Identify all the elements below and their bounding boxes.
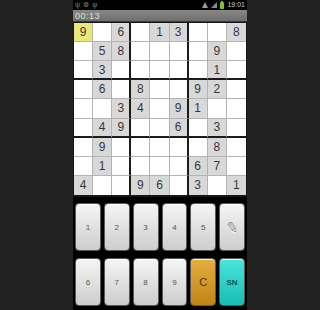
cell-r4c5[interactable] — [150, 80, 169, 99]
cell-r9c4[interactable]: 9 — [131, 176, 150, 195]
cell-r3c7[interactable] — [189, 61, 208, 80]
elapsed-time: 00:13 — [75, 11, 100, 21]
cell-r3c4[interactable] — [131, 61, 150, 80]
cell-r8c7[interactable]: 6 — [189, 157, 208, 176]
cell-r3c6[interactable] — [170, 61, 189, 80]
cell-r9c1[interactable]: 4 — [74, 176, 93, 195]
clear-button[interactable]: C — [190, 258, 216, 306]
cell-r9c5[interactable]: 6 — [150, 176, 169, 195]
cell-r7c9[interactable] — [227, 138, 246, 157]
timer-bar: 00:13 — [73, 10, 247, 22]
cell-r1c5[interactable]: 1 — [150, 23, 169, 42]
usb-icon: ψ — [92, 0, 97, 10]
cell-r5c7[interactable]: 1 — [189, 99, 208, 118]
single-notes-button[interactable]: SN — [219, 258, 245, 306]
cell-r2c5[interactable] — [150, 42, 169, 61]
cell-r1c6[interactable]: 3 — [170, 23, 189, 42]
cell-r4c4[interactable]: 8 — [131, 80, 150, 99]
cell-r8c6[interactable] — [170, 157, 189, 176]
cell-r2c6[interactable] — [170, 42, 189, 61]
cell-r4c8[interactable]: 2 — [208, 80, 227, 99]
cell-r4c1[interactable] — [74, 80, 93, 99]
key-6[interactable]: 6 — [75, 258, 101, 306]
key-1[interactable]: 1 — [75, 203, 101, 251]
cell-r9c6[interactable] — [170, 176, 189, 195]
cell-r3c1[interactable] — [74, 61, 93, 80]
cell-r5c6[interactable]: 9 — [170, 99, 189, 118]
cell-r5c5[interactable] — [150, 99, 169, 118]
keypad-row-1: 1 2 3 4 5 ✎ — [75, 203, 245, 251]
cell-r7c4[interactable] — [131, 138, 150, 157]
keypad: 1 2 3 4 5 ✎ 6 7 8 9 C SN — [73, 197, 247, 310]
status-bar: ψ ⚙ ψ 19:01 — [73, 0, 247, 10]
cell-r9c2[interactable] — [93, 176, 112, 195]
key-9[interactable]: 9 — [162, 258, 188, 306]
cell-r9c9[interactable]: 1 — [227, 176, 246, 195]
cell-r9c3[interactable] — [112, 176, 131, 195]
cell-r6c8[interactable]: 3 — [208, 119, 227, 138]
cell-r1c2[interactable] — [93, 23, 112, 42]
cell-r5c4[interactable]: 4 — [131, 99, 150, 118]
status-bar-left: ψ ⚙ ψ — [75, 0, 97, 10]
cell-r1c9[interactable]: 8 — [227, 23, 246, 42]
cell-r6c1[interactable] — [74, 119, 93, 138]
cell-r5c1[interactable] — [74, 99, 93, 118]
cell-r8c4[interactable] — [131, 157, 150, 176]
cell-r6c5[interactable] — [150, 119, 169, 138]
key-7[interactable]: 7 — [104, 258, 130, 306]
cell-r6c3[interactable]: 9 — [112, 119, 131, 138]
status-clock: 19:01 — [227, 0, 245, 10]
status-bar-right: 19:01 — [202, 0, 245, 10]
cell-r4c7[interactable]: 9 — [189, 80, 208, 99]
sudoku-app-screen: ψ ⚙ ψ 19:01 00:13 9613858931689234914963… — [73, 0, 247, 310]
key-3[interactable]: 3 — [133, 203, 159, 251]
cell-r6c6[interactable]: 6 — [170, 119, 189, 138]
cell-r8c5[interactable] — [150, 157, 169, 176]
cell-r1c7[interactable] — [189, 23, 208, 42]
eraser-button[interactable]: ✎ — [219, 203, 245, 251]
keypad-row-2: 6 7 8 9 C SN — [75, 258, 245, 306]
sudoku-board: 96138589316892349149639816749631 — [73, 22, 247, 197]
cell-r6c9[interactable] — [227, 119, 246, 138]
cell-r1c8[interactable] — [208, 23, 227, 42]
cell-r7c2[interactable]: 9 — [93, 138, 112, 157]
cell-r4c9[interactable] — [227, 80, 246, 99]
cell-r9c7[interactable]: 3 — [189, 176, 208, 195]
gear-icon: ⚙ — [83, 0, 89, 10]
cell-r4c3[interactable] — [112, 80, 131, 99]
cell-r1c1[interactable]: 9 — [74, 23, 93, 42]
cell-r7c8[interactable]: 8 — [208, 138, 227, 157]
cell-r5c2[interactable] — [93, 99, 112, 118]
cell-r2c1[interactable] — [74, 42, 93, 61]
cell-r1c4[interactable] — [131, 23, 150, 42]
cell-r8c8[interactable]: 7 — [208, 157, 227, 176]
pencil-eraser-icon: ✎ — [225, 219, 240, 236]
cell-r3c8[interactable]: 1 — [208, 61, 227, 80]
cell-r9c8[interactable] — [208, 176, 227, 195]
wifi-icon — [202, 2, 208, 8]
key-2[interactable]: 2 — [104, 203, 130, 251]
cell-r7c1[interactable] — [74, 138, 93, 157]
cell-r7c5[interactable] — [150, 138, 169, 157]
cell-r2c7[interactable] — [189, 42, 208, 61]
key-4[interactable]: 4 — [162, 203, 188, 251]
cell-r2c4[interactable] — [131, 42, 150, 61]
key-8[interactable]: 8 — [133, 258, 159, 306]
cell-r7c6[interactable] — [170, 138, 189, 157]
cell-r4c6[interactable] — [170, 80, 189, 99]
signal-icon — [211, 2, 217, 8]
cell-r3c9[interactable] — [227, 61, 246, 80]
cell-r6c2[interactable]: 4 — [93, 119, 112, 138]
cell-r5c3[interactable]: 3 — [112, 99, 131, 118]
cell-r2c2[interactable]: 5 — [93, 42, 112, 61]
cell-r5c8[interactable] — [208, 99, 227, 118]
cell-r8c2[interactable]: 1 — [93, 157, 112, 176]
cell-r6c7[interactable] — [189, 119, 208, 138]
cell-r8c3[interactable] — [112, 157, 131, 176]
cell-r3c5[interactable] — [150, 61, 169, 80]
usb-icon: ψ — [75, 0, 80, 10]
cell-r2c3[interactable]: 8 — [112, 42, 131, 61]
cell-r6c4[interactable] — [131, 119, 150, 138]
key-5[interactable]: 5 — [190, 203, 216, 251]
cell-r2c8[interactable]: 9 — [208, 42, 227, 61]
cell-r7c7[interactable] — [189, 138, 208, 157]
cell-r5c9[interactable] — [227, 99, 246, 118]
cell-r3c3[interactable] — [112, 61, 131, 80]
cell-r4c2[interactable]: 6 — [93, 80, 112, 99]
battery-icon — [220, 2, 224, 9]
cell-r8c9[interactable] — [227, 157, 246, 176]
cell-r8c1[interactable] — [74, 157, 93, 176]
cell-r1c3[interactable]: 6 — [112, 23, 131, 42]
cell-r7c3[interactable] — [112, 138, 131, 157]
cell-r2c9[interactable] — [227, 42, 246, 61]
cell-r3c2[interactable]: 3 — [93, 61, 112, 80]
